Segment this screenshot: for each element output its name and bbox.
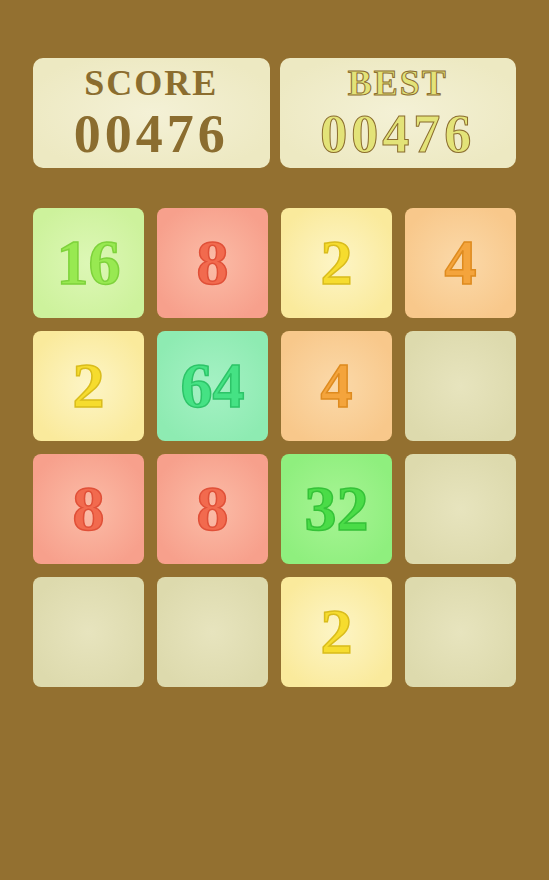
tile-empty xyxy=(33,577,144,687)
scoreboard: SCORE 00476 BEST 00476 xyxy=(33,58,516,168)
tile-8: 8 xyxy=(157,208,268,318)
tile-empty xyxy=(157,577,268,687)
tile-32: 32 xyxy=(281,454,392,564)
tile-4: 4 xyxy=(405,208,516,318)
best-value: 00476 xyxy=(320,107,475,161)
best-panel: BEST 00476 xyxy=(280,58,517,168)
tile-empty xyxy=(405,331,516,441)
tile-empty xyxy=(405,454,516,564)
tile-2: 2 xyxy=(281,208,392,318)
tile-8: 8 xyxy=(157,454,268,564)
tile-2: 2 xyxy=(281,577,392,687)
tile-empty xyxy=(405,577,516,687)
best-label: BEST xyxy=(348,65,448,101)
tile-64: 64 xyxy=(157,331,268,441)
score-value: 00476 xyxy=(74,107,229,161)
score-panel: SCORE 00476 xyxy=(33,58,270,168)
tile-16: 16 xyxy=(33,208,144,318)
tile-2: 2 xyxy=(33,331,144,441)
score-label: SCORE xyxy=(84,65,218,101)
board-grid[interactable]: 16824264488322 xyxy=(33,208,516,687)
tile-4: 4 xyxy=(281,331,392,441)
tile-8: 8 xyxy=(33,454,144,564)
